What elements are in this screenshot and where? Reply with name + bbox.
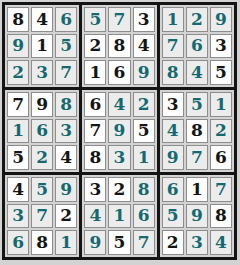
cell-r2c2[interactable]: 1 (31, 34, 53, 59)
cell-r6c4[interactable]: 8 (84, 145, 106, 170)
cell-r8c3[interactable]: 2 (55, 204, 77, 229)
cell-r9c8[interactable]: 3 (186, 230, 208, 255)
cell-r5c2[interactable]: 6 (31, 119, 53, 144)
cell-r4c8[interactable]: 5 (186, 92, 208, 117)
cell-r3c2[interactable]: 3 (31, 60, 53, 85)
box-4: 798163524 (5, 90, 79, 172)
cell-r3c7[interactable]: 8 (162, 60, 184, 85)
cell-r7c6[interactable]: 8 (133, 177, 155, 202)
cell-r1c1[interactable]: 8 (7, 7, 29, 32)
cell-r2c7[interactable]: 7 (162, 34, 184, 59)
cell-r9c9[interactable]: 4 (210, 230, 232, 255)
cell-r4c2[interactable]: 9 (31, 92, 53, 117)
cell-r6c6[interactable]: 1 (133, 145, 155, 170)
cell-r2c8[interactable]: 6 (186, 34, 208, 59)
cell-r8c8[interactable]: 9 (186, 204, 208, 229)
cell-r7c8[interactable]: 1 (186, 177, 208, 202)
box-3: 129763845 (160, 5, 234, 87)
cell-r9c2[interactable]: 8 (31, 230, 53, 255)
cell-r4c4[interactable]: 6 (84, 92, 106, 117)
cell-r8c9[interactable]: 8 (210, 204, 232, 229)
cell-r4c9[interactable]: 1 (210, 92, 232, 117)
cell-r3c8[interactable]: 4 (186, 60, 208, 85)
cell-r9c4[interactable]: 9 (84, 230, 106, 255)
box-8: 328416957 (82, 175, 156, 257)
cell-r7c7[interactable]: 6 (162, 177, 184, 202)
cell-r6c8[interactable]: 7 (186, 145, 208, 170)
box-1: 846915237 (5, 5, 79, 87)
cell-r2c4[interactable]: 2 (84, 34, 106, 59)
cell-r3c6[interactable]: 9 (133, 60, 155, 85)
cell-r2c9[interactable]: 3 (210, 34, 232, 59)
cell-r9c7[interactable]: 2 (162, 230, 184, 255)
cell-r8c2[interactable]: 7 (31, 204, 53, 229)
cell-r4c6[interactable]: 2 (133, 92, 155, 117)
cell-r4c3[interactable]: 8 (55, 92, 77, 117)
cell-r7c9[interactable]: 7 (210, 177, 232, 202)
cell-r3c3[interactable]: 7 (55, 60, 77, 85)
cell-r5c8[interactable]: 8 (186, 119, 208, 144)
box-9: 617598234 (160, 175, 234, 257)
cell-r1c5[interactable]: 7 (108, 7, 130, 32)
cell-r9c3[interactable]: 1 (55, 230, 77, 255)
cell-r6c3[interactable]: 4 (55, 145, 77, 170)
cell-r9c6[interactable]: 7 (133, 230, 155, 255)
cell-r2c6[interactable]: 4 (133, 34, 155, 59)
cell-r1c4[interactable]: 5 (84, 7, 106, 32)
cell-r5c5[interactable]: 9 (108, 119, 130, 144)
box-7: 459372681 (5, 175, 79, 257)
cell-r3c1[interactable]: 2 (7, 60, 29, 85)
box-5: 642795831 (82, 90, 156, 172)
box-6: 351482976 (160, 90, 234, 172)
cell-r4c7[interactable]: 3 (162, 92, 184, 117)
cell-r5c7[interactable]: 4 (162, 119, 184, 144)
cell-r1c7[interactable]: 1 (162, 7, 184, 32)
cell-r3c4[interactable]: 1 (84, 60, 106, 85)
cell-r1c2[interactable]: 4 (31, 7, 53, 32)
cell-r7c1[interactable]: 4 (7, 177, 29, 202)
cell-r8c4[interactable]: 4 (84, 204, 106, 229)
cell-r2c3[interactable]: 5 (55, 34, 77, 59)
cell-r2c5[interactable]: 8 (108, 34, 130, 59)
cell-r8c5[interactable]: 1 (108, 204, 130, 229)
cell-r5c3[interactable]: 3 (55, 119, 77, 144)
sudoku-board: 8469152375732841691297638457981635246427… (2, 2, 237, 260)
cell-r5c4[interactable]: 7 (84, 119, 106, 144)
cell-r1c9[interactable]: 9 (210, 7, 232, 32)
cell-r8c6[interactable]: 6 (133, 204, 155, 229)
cell-r6c1[interactable]: 5 (7, 145, 29, 170)
cell-r6c9[interactable]: 6 (210, 145, 232, 170)
box-2: 573284169 (82, 5, 156, 87)
cell-r6c2[interactable]: 2 (31, 145, 53, 170)
cell-r4c1[interactable]: 7 (7, 92, 29, 117)
cell-r2c1[interactable]: 9 (7, 34, 29, 59)
cell-r4c5[interactable]: 4 (108, 92, 130, 117)
cell-r8c7[interactable]: 5 (162, 204, 184, 229)
cell-r3c9[interactable]: 5 (210, 60, 232, 85)
cell-r1c3[interactable]: 6 (55, 7, 77, 32)
cell-r5c1[interactable]: 1 (7, 119, 29, 144)
cell-r9c1[interactable]: 6 (7, 230, 29, 255)
cell-r7c5[interactable]: 2 (108, 177, 130, 202)
cell-r7c3[interactable]: 9 (55, 177, 77, 202)
cell-r6c7[interactable]: 9 (162, 145, 184, 170)
cell-r7c4[interactable]: 3 (84, 177, 106, 202)
cell-r5c6[interactable]: 5 (133, 119, 155, 144)
cell-r1c6[interactable]: 3 (133, 7, 155, 32)
cell-r3c5[interactable]: 6 (108, 60, 130, 85)
cell-r5c9[interactable]: 2 (210, 119, 232, 144)
cell-r8c1[interactable]: 3 (7, 204, 29, 229)
cell-r6c5[interactable]: 3 (108, 145, 130, 170)
cell-r9c5[interactable]: 5 (108, 230, 130, 255)
cell-r1c8[interactable]: 2 (186, 7, 208, 32)
cell-r7c2[interactable]: 5 (31, 177, 53, 202)
